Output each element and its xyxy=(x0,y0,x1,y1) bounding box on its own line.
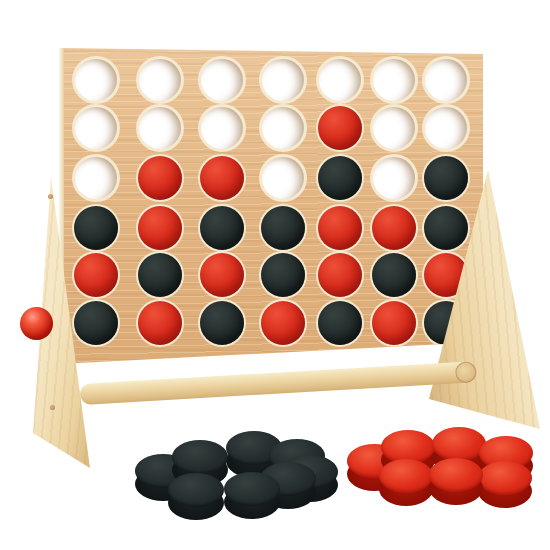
cell-c1r5 xyxy=(75,254,117,296)
cell-c4r2 xyxy=(262,107,304,149)
red-piece xyxy=(200,156,244,200)
red-piece xyxy=(138,301,182,345)
cell-c5r1 xyxy=(319,59,361,101)
disc-top xyxy=(224,472,280,506)
cell-c5r4 xyxy=(319,207,361,249)
red-piece xyxy=(372,301,416,345)
black-piece xyxy=(372,253,416,297)
cell-c5r3 xyxy=(319,157,361,199)
black-disc xyxy=(168,473,224,520)
dowel-crossbar xyxy=(79,361,476,405)
red-disc xyxy=(478,461,532,508)
cell-c4r3 xyxy=(262,157,304,199)
cell-c1r2 xyxy=(75,107,117,149)
red-piece xyxy=(261,301,305,345)
black-piece xyxy=(138,253,182,297)
black-piece xyxy=(261,253,305,297)
cell-c7r4 xyxy=(425,207,467,249)
cell-c6r1 xyxy=(373,59,415,101)
screw-hole xyxy=(48,194,53,199)
cell-c6r6 xyxy=(373,302,415,344)
cell-c3r2 xyxy=(201,107,243,149)
cell-c2r3 xyxy=(139,157,181,199)
red-piece xyxy=(318,253,362,297)
cell-c2r2 xyxy=(139,107,181,149)
black-piece xyxy=(74,206,118,250)
cell-c5r5 xyxy=(319,254,361,296)
cell-c5r2 xyxy=(319,107,361,149)
cell-c2r4 xyxy=(139,207,181,249)
disc-top xyxy=(429,458,483,492)
cell-c6r2 xyxy=(373,107,415,149)
cell-c3r1 xyxy=(201,59,243,101)
disc-top xyxy=(478,461,532,495)
black-piece xyxy=(424,156,468,200)
cell-c1r4 xyxy=(75,207,117,249)
red-piece xyxy=(372,206,416,250)
cell-c4r6 xyxy=(262,302,304,344)
black-piece xyxy=(318,156,362,200)
cell-c6r4 xyxy=(373,207,415,249)
cell-c7r2 xyxy=(425,107,467,149)
disc-top xyxy=(379,459,433,493)
cell-c3r3 xyxy=(201,157,243,199)
black-piece xyxy=(200,301,244,345)
disc-top xyxy=(172,440,228,474)
black-piece xyxy=(200,206,244,250)
cell-c4r1 xyxy=(262,59,304,101)
red-disc xyxy=(379,459,433,506)
black-piece xyxy=(74,301,118,345)
cell-c4r5 xyxy=(262,254,304,296)
four-in-a-row-board xyxy=(59,46,483,366)
cell-c2r1 xyxy=(139,59,181,101)
black-piece xyxy=(318,301,362,345)
black-disc xyxy=(224,472,280,519)
connect-four-scene xyxy=(0,0,550,550)
red-piece xyxy=(200,253,244,297)
screw-hole xyxy=(50,405,55,410)
red-ball-knob xyxy=(20,307,53,340)
cell-c4r4 xyxy=(262,207,304,249)
cell-c6r3 xyxy=(373,157,415,199)
cell-c6r5 xyxy=(373,254,415,296)
red-piece xyxy=(318,206,362,250)
disc-top xyxy=(168,473,224,507)
black-piece xyxy=(424,206,468,250)
cell-c5r6 xyxy=(319,302,361,344)
red-piece xyxy=(74,253,118,297)
cell-c3r4 xyxy=(201,207,243,249)
cell-c1r6 xyxy=(75,302,117,344)
cell-c7r3 xyxy=(425,157,467,199)
cell-c3r5 xyxy=(201,254,243,296)
cell-c1r3 xyxy=(75,157,117,199)
cell-c7r1 xyxy=(425,59,467,101)
cell-c2r6 xyxy=(139,302,181,344)
cell-c2r5 xyxy=(139,254,181,296)
red-piece xyxy=(318,106,362,150)
red-piece xyxy=(138,206,182,250)
disc-top xyxy=(432,427,486,461)
red-piece xyxy=(138,156,182,200)
cell-c3r6 xyxy=(201,302,243,344)
red-disc xyxy=(429,458,483,505)
black-piece xyxy=(261,206,305,250)
cell-c1r1 xyxy=(75,59,117,101)
